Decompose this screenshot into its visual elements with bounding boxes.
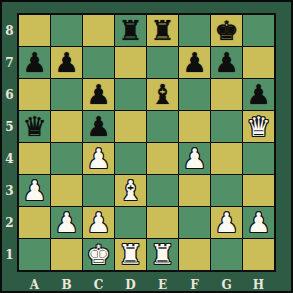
rank-label-7: 7 — [2, 47, 17, 78]
square-b7[interactable]: ♟ — [51, 47, 82, 78]
square-h8[interactable] — [243, 15, 274, 46]
square-b4[interactable] — [51, 143, 82, 174]
square-g2[interactable]: ♟ — [211, 207, 242, 238]
square-e3[interactable] — [147, 175, 178, 206]
file-label-e: E — [147, 276, 178, 293]
piece-black-pawn-c6[interactable]: ♟ — [86, 79, 110, 110]
square-f8[interactable] — [179, 15, 210, 46]
square-c6[interactable]: ♟ — [83, 79, 114, 110]
piece-black-queen-a5[interactable]: ♛ — [22, 111, 46, 142]
square-d2[interactable] — [115, 207, 146, 238]
square-a5[interactable]: ♛ — [19, 111, 50, 142]
piece-black-bishop-e6[interactable]: ♝ — [150, 79, 174, 110]
square-g5[interactable] — [211, 111, 242, 142]
square-e7[interactable] — [147, 47, 178, 78]
square-a3[interactable]: ♟ — [19, 175, 50, 206]
piece-black-pawn-a7[interactable]: ♟ — [22, 47, 46, 78]
square-f3[interactable] — [179, 175, 210, 206]
piece-white-pawn-g2[interactable]: ♟ — [214, 207, 238, 238]
piece-white-bishop-d3[interactable]: ♝ — [118, 175, 142, 206]
square-h7[interactable] — [243, 47, 274, 78]
square-d6[interactable] — [115, 79, 146, 110]
square-f7[interactable]: ♟ — [179, 47, 210, 78]
square-a7[interactable]: ♟ — [19, 47, 50, 78]
square-e2[interactable] — [147, 207, 178, 238]
rank-label-1: 1 — [2, 239, 17, 270]
square-d4[interactable] — [115, 143, 146, 174]
file-label-b: B — [51, 276, 82, 293]
chess-diagram: 87654321 ♜♜♚♟♟♟♟♟♝♟♛♟♛♟♟♟♝♟♟♟♟♚♜♜ ABCDEF… — [0, 0, 293, 293]
square-g1[interactable] — [211, 239, 242, 270]
rank-label-5: 5 — [2, 111, 17, 142]
square-g7[interactable]: ♟ — [211, 47, 242, 78]
square-b3[interactable] — [51, 175, 82, 206]
square-c5[interactable]: ♟ — [83, 111, 114, 142]
square-c1[interactable]: ♚ — [83, 239, 114, 270]
square-h4[interactable] — [243, 143, 274, 174]
piece-black-rook-d8[interactable]: ♜ — [118, 15, 142, 46]
rank-label-2: 2 — [2, 207, 17, 238]
piece-black-pawn-f7[interactable]: ♟ — [182, 47, 206, 78]
file-label-h: H — [243, 276, 274, 293]
square-h5[interactable]: ♛ — [243, 111, 274, 142]
square-g3[interactable] — [211, 175, 242, 206]
piece-black-pawn-g7[interactable]: ♟ — [214, 47, 238, 78]
piece-black-pawn-c5[interactable]: ♟ — [86, 111, 110, 142]
square-c2[interactable]: ♟ — [83, 207, 114, 238]
square-e6[interactable]: ♝ — [147, 79, 178, 110]
square-c8[interactable] — [83, 15, 114, 46]
square-b2[interactable]: ♟ — [51, 207, 82, 238]
piece-white-rook-e1[interactable]: ♜ — [150, 239, 174, 270]
square-f4[interactable]: ♟ — [179, 143, 210, 174]
square-h2[interactable]: ♟ — [243, 207, 274, 238]
square-f6[interactable] — [179, 79, 210, 110]
square-e1[interactable]: ♜ — [147, 239, 178, 270]
square-g6[interactable] — [211, 79, 242, 110]
square-h1[interactable] — [243, 239, 274, 270]
rank-labels: 87654321 — [2, 13, 17, 276]
square-d1[interactable]: ♜ — [115, 239, 146, 270]
rank-label-8: 8 — [2, 15, 17, 46]
square-f1[interactable] — [179, 239, 210, 270]
square-h6[interactable]: ♟ — [243, 79, 274, 110]
square-d8[interactable]: ♜ — [115, 15, 146, 46]
file-label-d: D — [115, 276, 146, 293]
square-b5[interactable] — [51, 111, 82, 142]
file-label-g: G — [211, 276, 242, 293]
file-label-a: A — [19, 276, 50, 293]
rank-label-3: 3 — [2, 175, 17, 206]
piece-white-pawn-a3[interactable]: ♟ — [22, 175, 46, 206]
square-a4[interactable] — [19, 143, 50, 174]
file-label-f: F — [179, 276, 210, 293]
square-b1[interactable] — [51, 239, 82, 270]
rank-label-4: 4 — [2, 143, 17, 174]
file-labels: ABCDEFGH — [17, 276, 280, 293]
square-c7[interactable] — [83, 47, 114, 78]
piece-white-queen-h5[interactable]: ♛ — [246, 111, 270, 142]
piece-black-king-g8[interactable]: ♚ — [214, 15, 238, 46]
square-e4[interactable] — [147, 143, 178, 174]
piece-white-king-c1[interactable]: ♚ — [86, 239, 110, 270]
square-b8[interactable] — [51, 15, 82, 46]
square-d5[interactable] — [115, 111, 146, 142]
piece-white-pawn-f4[interactable]: ♟ — [182, 143, 206, 174]
square-d7[interactable] — [115, 47, 146, 78]
piece-black-pawn-b7[interactable]: ♟ — [54, 47, 78, 78]
square-a6[interactable] — [19, 79, 50, 110]
square-g8[interactable]: ♚ — [211, 15, 242, 46]
square-f5[interactable] — [179, 111, 210, 142]
piece-white-rook-d1[interactable]: ♜ — [118, 239, 142, 270]
piece-black-pawn-h6[interactable]: ♟ — [246, 79, 270, 110]
piece-white-pawn-h2[interactable]: ♟ — [246, 207, 270, 238]
square-e5[interactable] — [147, 111, 178, 142]
square-a1[interactable] — [19, 239, 50, 270]
square-f2[interactable] — [179, 207, 210, 238]
piece-white-pawn-b2[interactable]: ♟ — [54, 207, 78, 238]
piece-white-pawn-c2[interactable]: ♟ — [86, 207, 110, 238]
square-h3[interactable] — [243, 175, 274, 206]
file-label-c: C — [83, 276, 114, 293]
square-c4[interactable]: ♟ — [83, 143, 114, 174]
square-a8[interactable] — [19, 15, 50, 46]
square-a2[interactable] — [19, 207, 50, 238]
chess-board[interactable]: ♜♜♚♟♟♟♟♟♝♟♛♟♛♟♟♟♝♟♟♟♟♚♜♜ — [17, 13, 276, 272]
rank-label-6: 6 — [2, 79, 17, 110]
piece-black-rook-e8[interactable]: ♜ — [150, 15, 174, 46]
square-e8[interactable]: ♜ — [147, 15, 178, 46]
square-d3[interactable]: ♝ — [115, 175, 146, 206]
square-b6[interactable] — [51, 79, 82, 110]
square-g4[interactable] — [211, 143, 242, 174]
square-c3[interactable] — [83, 175, 114, 206]
piece-white-pawn-c4[interactable]: ♟ — [86, 143, 110, 174]
